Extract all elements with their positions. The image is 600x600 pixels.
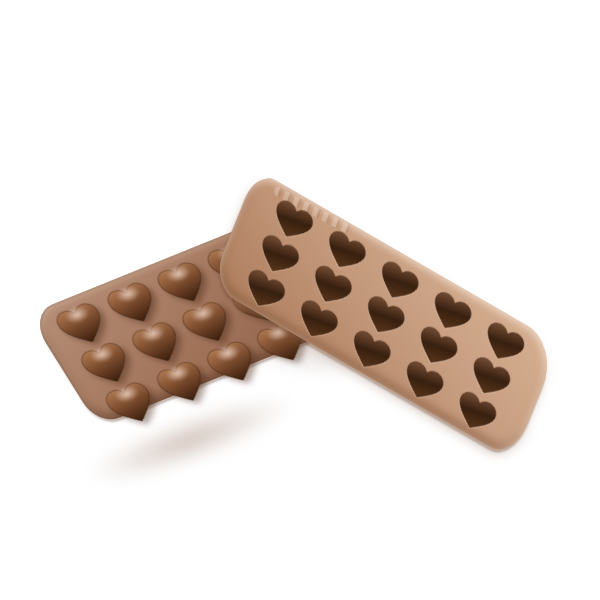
product-photo-stage: Two heart-shaped silicone chocolate moul… (0, 0, 600, 600)
